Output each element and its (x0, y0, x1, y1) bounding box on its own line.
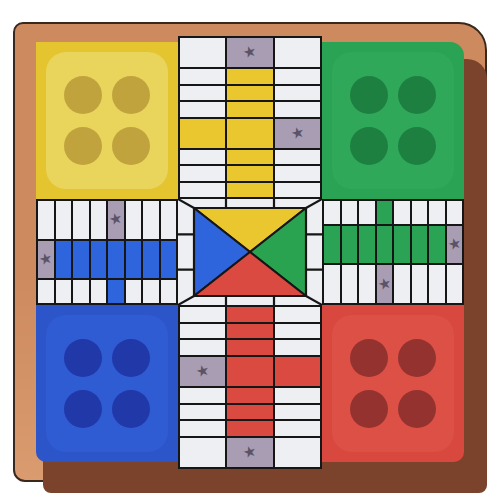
star-icon: ★ (446, 235, 463, 253)
blue-track-cell (143, 241, 159, 279)
track-cell (73, 201, 89, 239)
green-track-cell (324, 226, 340, 264)
track-cell (342, 201, 358, 224)
track-cell (275, 69, 320, 83)
yellow-yard-inner (46, 52, 168, 189)
track-cell (143, 201, 159, 239)
pawn-spot (398, 127, 436, 165)
safe-star-cell: ★ (180, 357, 225, 387)
track-cell (73, 280, 89, 303)
pawn-spot (112, 127, 150, 165)
track-cell (56, 280, 72, 303)
pawn-spot (112, 76, 150, 114)
track-cell (275, 183, 320, 197)
yellow-track-cell (227, 150, 272, 164)
track-cell (275, 86, 320, 100)
green-track-cell (359, 226, 375, 264)
safe-star-cell: ★ (227, 38, 272, 67)
red-yard-inner (332, 315, 454, 452)
track-cell (447, 201, 463, 224)
yellow-track-cell (227, 86, 272, 100)
green-track-cell (377, 226, 393, 264)
blue-track-cell (126, 241, 142, 279)
track-cell (429, 201, 445, 224)
green-home-yard (322, 42, 464, 199)
red-track-cell (227, 324, 272, 339)
center-home (178, 199, 322, 305)
track-arm-bottom: ★★ (178, 305, 322, 469)
track-arm-left: ★★ (36, 199, 178, 305)
pawn-spot (350, 390, 388, 428)
track-cell (38, 280, 54, 303)
safe-star-cell: ★ (108, 201, 124, 239)
pawn-spot (112, 339, 150, 377)
blue-track-cell (73, 241, 89, 279)
star-icon: ★ (37, 250, 54, 268)
track-arm-top: ★★ (178, 36, 322, 199)
safe-star-cell: ★ (275, 119, 320, 148)
pawn-spot (398, 76, 436, 114)
red-track-cell (275, 357, 320, 387)
track-cell (180, 324, 225, 339)
star-icon: ★ (194, 362, 211, 380)
track-cell (180, 150, 225, 164)
pawn-spot (64, 76, 102, 114)
green-yard-inner (332, 52, 454, 189)
green-track-cell (394, 226, 410, 264)
blue-track-cell (108, 280, 124, 303)
pawn-spot (112, 390, 150, 428)
track-cell (180, 86, 225, 100)
yellow-track-cell (180, 119, 225, 148)
track-cell (161, 201, 177, 239)
red-track-cell (227, 388, 272, 403)
track-cell (324, 201, 340, 224)
star-icon: ★ (289, 124, 306, 142)
yellow-track-cell (227, 166, 272, 180)
star-icon: ★ (107, 211, 124, 229)
track-cell (447, 265, 463, 303)
blue-home-yard (36, 305, 178, 462)
track-cell (161, 280, 177, 303)
safe-star-cell: ★ (377, 265, 393, 303)
green-track-cell (342, 226, 358, 264)
blue-track-cell (108, 241, 124, 279)
track-cell (91, 201, 107, 239)
track-cell (180, 102, 225, 116)
blue-track-cell (56, 241, 72, 279)
track-cell (180, 307, 225, 322)
track-cell (412, 265, 428, 303)
track-cell (275, 102, 320, 116)
red-track-cell (227, 340, 272, 355)
green-track-cell (412, 226, 428, 264)
track-cell (394, 201, 410, 224)
star-icon: ★ (242, 443, 259, 461)
track-cell (91, 280, 107, 303)
track-cell (180, 405, 225, 420)
yellow-track-cell (227, 102, 272, 116)
track-cell (359, 265, 375, 303)
ludo-board-photo: ★★ ★★ ★★ ★★ (0, 0, 500, 499)
track-cell (275, 38, 320, 67)
track-cell (180, 421, 225, 436)
track-cell (275, 438, 320, 468)
yellow-track-cell (227, 69, 272, 83)
track-cell (180, 38, 225, 67)
red-track-cell (227, 307, 272, 322)
pawn-spot (350, 339, 388, 377)
track-cell (180, 438, 225, 468)
red-track-cell (227, 357, 272, 387)
blue-yard-inner (46, 315, 168, 452)
pawn-spot (64, 339, 102, 377)
ludo-board: ★★ ★★ ★★ ★★ (36, 42, 464, 462)
pawn-spot (350, 76, 388, 114)
track-cell (429, 265, 445, 303)
yellow-home-yard (36, 42, 178, 199)
track-arm-right: ★★ (322, 199, 464, 305)
track-cell (180, 69, 225, 83)
track-cell (275, 166, 320, 180)
track-cell (324, 265, 340, 303)
track-cell (275, 388, 320, 403)
track-cell (275, 307, 320, 322)
track-cell (126, 280, 142, 303)
track-cell (180, 183, 225, 197)
track-cell (275, 340, 320, 355)
safe-star-cell: ★ (38, 241, 54, 279)
safe-star-cell: ★ (447, 226, 463, 264)
star-icon: ★ (376, 275, 393, 293)
pawn-spot (64, 127, 102, 165)
red-track-cell (227, 405, 272, 420)
green-track-cell (377, 201, 393, 224)
pawn-spot (64, 390, 102, 428)
track-cell (180, 388, 225, 403)
star-icon: ★ (242, 44, 259, 62)
track-cell (143, 280, 159, 303)
blue-track-cell (91, 241, 107, 279)
track-cell (412, 201, 428, 224)
track-cell (394, 265, 410, 303)
track-cell (180, 340, 225, 355)
track-cell (180, 166, 225, 180)
blue-track-cell (161, 241, 177, 279)
yellow-track-cell (227, 119, 272, 148)
safe-star-cell: ★ (227, 438, 272, 468)
pawn-spot (398, 339, 436, 377)
pawn-spot (398, 390, 436, 428)
red-track-cell (227, 421, 272, 436)
track-cell (275, 150, 320, 164)
track-cell (342, 265, 358, 303)
pawn-spot (350, 127, 388, 165)
track-cell (275, 421, 320, 436)
track-cell (38, 201, 54, 239)
track-cell (359, 201, 375, 224)
track-cell (275, 405, 320, 420)
track-cell (275, 324, 320, 339)
track-cell (126, 201, 142, 239)
yellow-track-cell (227, 183, 272, 197)
track-cell (56, 201, 72, 239)
red-home-yard (322, 305, 464, 462)
green-track-cell (429, 226, 445, 264)
